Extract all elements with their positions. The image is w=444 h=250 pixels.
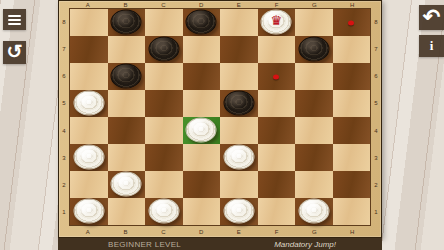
square-a1[interactable] bbox=[70, 198, 108, 225]
file-label-h: H bbox=[333, 226, 371, 237]
rank-label-3: 3 bbox=[371, 144, 381, 171]
square-a4 bbox=[70, 117, 108, 144]
file-label-e: E bbox=[220, 226, 258, 237]
file-label-a: A bbox=[69, 226, 107, 237]
square-g6 bbox=[295, 63, 333, 90]
rank-label-8: 8 bbox=[59, 8, 69, 35]
square-h7 bbox=[333, 36, 371, 63]
black-piece-d8[interactable] bbox=[186, 9, 217, 34]
square-g8 bbox=[295, 9, 333, 36]
status-bar: BEGINNER LEVEL Mandatory Jump! bbox=[58, 238, 382, 250]
square-b6[interactable] bbox=[108, 63, 146, 90]
white-piece-a3[interactable] bbox=[73, 144, 104, 169]
white-piece-e3[interactable] bbox=[223, 144, 254, 169]
square-e3[interactable] bbox=[220, 144, 258, 171]
square-b1 bbox=[108, 198, 146, 225]
square-e4 bbox=[220, 117, 258, 144]
square-c8 bbox=[145, 9, 183, 36]
square-c5[interactable] bbox=[145, 90, 183, 117]
square-f2[interactable] bbox=[258, 171, 296, 198]
king-crown-icon: ♛ bbox=[270, 14, 282, 27]
rank-label-7: 7 bbox=[371, 35, 381, 62]
square-d7 bbox=[183, 36, 221, 63]
rank-label-6: 6 bbox=[371, 63, 381, 90]
square-b8[interactable] bbox=[108, 9, 146, 36]
rank-label-4: 4 bbox=[59, 117, 69, 144]
black-piece-b6[interactable] bbox=[111, 63, 142, 88]
file-label-b: B bbox=[107, 226, 145, 237]
square-a8 bbox=[70, 9, 108, 36]
square-d6[interactable] bbox=[183, 63, 221, 90]
square-c6 bbox=[145, 63, 183, 90]
level-label: BEGINNER LEVEL bbox=[108, 240, 181, 249]
file-label-a: A bbox=[69, 1, 107, 8]
square-a2 bbox=[70, 171, 108, 198]
square-d5 bbox=[183, 90, 221, 117]
square-f7 bbox=[258, 36, 296, 63]
file-label-e: E bbox=[220, 1, 258, 8]
black-piece-g7[interactable] bbox=[298, 36, 329, 61]
square-d4[interactable] bbox=[183, 117, 221, 144]
undo-button[interactable]: ↶ bbox=[419, 5, 444, 30]
rank-labels-left: 87654321 bbox=[59, 8, 69, 226]
square-h3 bbox=[333, 144, 371, 171]
rank-label-5: 5 bbox=[59, 90, 69, 117]
square-b5 bbox=[108, 90, 146, 117]
square-b4[interactable] bbox=[108, 117, 146, 144]
square-b7 bbox=[108, 36, 146, 63]
white-piece-e1[interactable] bbox=[223, 198, 254, 223]
square-c2 bbox=[145, 171, 183, 198]
square-b3 bbox=[108, 144, 146, 171]
undo-icon: ↶ bbox=[423, 6, 441, 27]
restart-icon: ↺ bbox=[7, 42, 23, 61]
rank-label-1: 1 bbox=[371, 199, 381, 226]
white-piece-b2[interactable] bbox=[111, 171, 142, 196]
rank-label-6: 6 bbox=[59, 63, 69, 90]
rank-label-8: 8 bbox=[371, 8, 381, 35]
rank-label-5: 5 bbox=[371, 90, 381, 117]
square-f4[interactable] bbox=[258, 117, 296, 144]
file-label-c: C bbox=[145, 1, 183, 8]
black-piece-e5[interactable] bbox=[223, 90, 254, 115]
file-label-c: C bbox=[145, 226, 183, 237]
white-piece-a5[interactable] bbox=[73, 90, 104, 115]
jump-target-dot-h8 bbox=[348, 20, 354, 25]
restart-button[interactable]: ↺ bbox=[3, 41, 26, 64]
square-f1 bbox=[258, 198, 296, 225]
square-e8 bbox=[220, 9, 258, 36]
file-label-d: D bbox=[182, 226, 220, 237]
square-d2[interactable] bbox=[183, 171, 221, 198]
square-g5[interactable] bbox=[295, 90, 333, 117]
jump-target-dot-f6 bbox=[273, 74, 279, 79]
white-king-f8[interactable]: ♛ bbox=[261, 9, 292, 34]
white-piece-a1[interactable] bbox=[73, 198, 104, 223]
rank-label-2: 2 bbox=[59, 172, 69, 199]
square-e6 bbox=[220, 63, 258, 90]
rank-label-4: 4 bbox=[371, 117, 381, 144]
square-f6[interactable] bbox=[258, 63, 296, 90]
board-grid: ♛ bbox=[69, 8, 371, 226]
square-a5[interactable] bbox=[70, 90, 108, 117]
square-e5[interactable] bbox=[220, 90, 258, 117]
file-label-g: G bbox=[296, 1, 334, 8]
rank-label-7: 7 bbox=[59, 35, 69, 62]
square-h8[interactable] bbox=[333, 9, 371, 36]
square-c7[interactable] bbox=[145, 36, 183, 63]
square-h1 bbox=[333, 198, 371, 225]
square-b2[interactable] bbox=[108, 171, 146, 198]
app-screen: ↺ ↶ i ABCDEFGH ABCDEFGH 87654321 8765432… bbox=[0, 0, 444, 250]
square-h2[interactable] bbox=[333, 171, 371, 198]
square-g3[interactable] bbox=[295, 144, 333, 171]
file-label-g: G bbox=[296, 226, 334, 237]
info-button[interactable]: i bbox=[419, 35, 444, 57]
message-label: Mandatory Jump! bbox=[274, 240, 336, 249]
square-h6[interactable] bbox=[333, 63, 371, 90]
file-label-f: F bbox=[258, 1, 296, 8]
square-g2 bbox=[295, 171, 333, 198]
rank-label-1: 1 bbox=[59, 199, 69, 226]
white-piece-d4[interactable] bbox=[186, 117, 217, 142]
square-a6 bbox=[70, 63, 108, 90]
file-labels-bottom: ABCDEFGH bbox=[69, 226, 371, 237]
file-label-d: D bbox=[182, 1, 220, 8]
square-a7[interactable] bbox=[70, 36, 108, 63]
menu-button[interactable] bbox=[3, 9, 26, 30]
square-a3[interactable] bbox=[70, 144, 108, 171]
file-label-h: H bbox=[333, 1, 371, 8]
square-h4[interactable] bbox=[333, 117, 371, 144]
white-piece-c1[interactable] bbox=[148, 198, 179, 223]
square-e7[interactable] bbox=[220, 36, 258, 63]
black-piece-c7[interactable] bbox=[148, 36, 179, 61]
square-c3[interactable] bbox=[145, 144, 183, 171]
square-e1[interactable] bbox=[220, 198, 258, 225]
rank-labels-right: 87654321 bbox=[371, 8, 381, 226]
square-d1 bbox=[183, 198, 221, 225]
file-labels-top: ABCDEFGH bbox=[69, 1, 371, 8]
square-h5 bbox=[333, 90, 371, 117]
black-piece-b8[interactable] bbox=[111, 9, 142, 34]
square-d3 bbox=[183, 144, 221, 171]
file-label-f: F bbox=[258, 226, 296, 237]
info-icon: i bbox=[430, 38, 434, 54]
rank-label-3: 3 bbox=[59, 144, 69, 171]
square-f3 bbox=[258, 144, 296, 171]
square-e2 bbox=[220, 171, 258, 198]
rank-label-2: 2 bbox=[371, 172, 381, 199]
square-g1[interactable] bbox=[295, 198, 333, 225]
square-c1[interactable] bbox=[145, 198, 183, 225]
square-f5 bbox=[258, 90, 296, 117]
square-d8[interactable] bbox=[183, 9, 221, 36]
checkers-board: ABCDEFGH ABCDEFGH 87654321 87654321 ♛ bbox=[58, 0, 382, 238]
square-g4 bbox=[295, 117, 333, 144]
file-label-b: B bbox=[107, 1, 145, 8]
square-f8[interactable]: ♛ bbox=[258, 9, 296, 36]
white-piece-g1[interactable] bbox=[298, 198, 329, 223]
square-c4 bbox=[145, 117, 183, 144]
square-g7[interactable] bbox=[295, 36, 333, 63]
menu-icon bbox=[8, 15, 21, 25]
